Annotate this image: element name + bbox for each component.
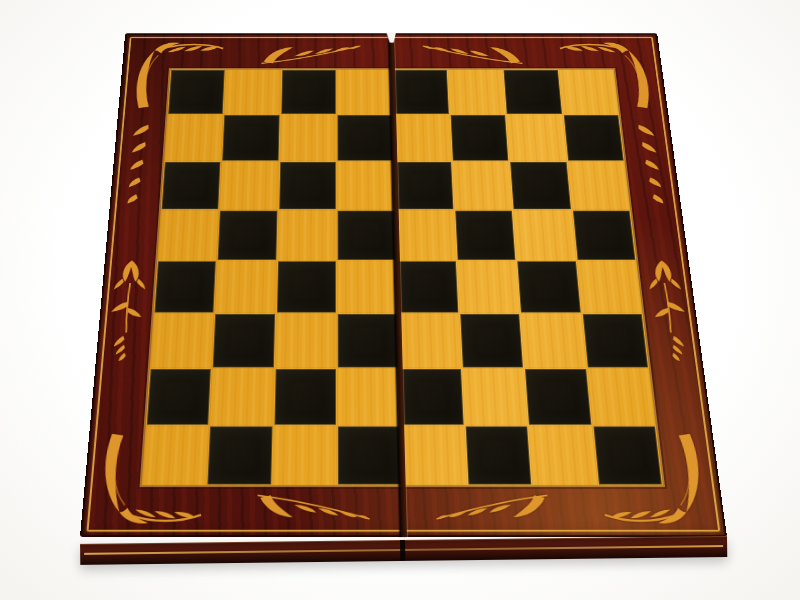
square-r8c5[interactable]	[401, 426, 468, 486]
square-r4c5[interactable]	[396, 210, 457, 261]
square-r7c3[interactable]	[274, 369, 336, 425]
square-r1c5[interactable]	[393, 70, 449, 114]
square-r5c8[interactable]	[576, 261, 642, 314]
square-r5c1[interactable]	[154, 261, 216, 312]
square-r8c1[interactable]	[142, 426, 210, 486]
square-r2c1[interactable]	[164, 114, 224, 161]
square-r6c1[interactable]	[150, 313, 215, 368]
square-r8c2[interactable]	[208, 426, 273, 484]
carved-tulip-ornament-left	[100, 233, 155, 390]
square-r6c6[interactable]	[460, 314, 523, 367]
square-r5c7[interactable]	[517, 261, 580, 312]
carved-feather-dashes-left	[120, 121, 157, 210]
square-r4c1[interactable]	[157, 210, 219, 261]
square-r6c8[interactable]	[582, 314, 648, 367]
square-r4c8[interactable]	[573, 211, 636, 260]
square-r3c6[interactable]	[452, 161, 513, 210]
square-r3c5[interactable]	[395, 162, 453, 209]
square-r5c2[interactable]	[215, 261, 277, 314]
square-r8c3[interactable]	[272, 426, 337, 486]
board-frame	[80, 33, 727, 537]
square-r7c7[interactable]	[525, 369, 591, 425]
square-r3c8[interactable]	[567, 161, 630, 210]
square-r1c2[interactable]	[224, 69, 281, 114]
board-perspective-wrapper	[68, 33, 727, 537]
square-r3c7[interactable]	[510, 162, 570, 209]
square-r7c4[interactable]	[337, 368, 401, 425]
square-r1c6[interactable]	[447, 69, 506, 114]
square-r2c7[interactable]	[506, 114, 567, 161]
square-r6c5[interactable]	[398, 313, 462, 368]
carved-leaf-spray-bottom-left-half	[230, 491, 394, 527]
square-r2c5[interactable]	[393, 114, 452, 161]
square-r7c2[interactable]	[209, 368, 274, 425]
square-r5c6[interactable]	[457, 261, 521, 314]
square-r3c2[interactable]	[219, 161, 279, 210]
carved-feather-dashes-right	[630, 121, 671, 210]
square-r1c8[interactable]	[558, 69, 619, 114]
square-r4c7[interactable]	[513, 210, 577, 261]
square-r2c4[interactable]	[338, 115, 394, 160]
square-r4c4[interactable]	[338, 211, 396, 260]
square-r2c8[interactable]	[563, 115, 623, 160]
carved-leaf-spray-top-left-half	[237, 41, 383, 67]
square-r4c6[interactable]	[455, 211, 515, 260]
square-r2c2[interactable]	[223, 115, 280, 160]
square-r8c4[interactable]	[338, 426, 401, 484]
square-r2c3[interactable]	[279, 114, 337, 161]
square-r4c2[interactable]	[218, 211, 277, 260]
square-r8c8[interactable]	[593, 426, 662, 484]
square-r5c3[interactable]	[277, 261, 336, 312]
photo-background	[0, 0, 800, 600]
carved-leaf-spray-bottom-right-half	[411, 491, 576, 527]
square-r1c3[interactable]	[281, 70, 336, 114]
square-r7c8[interactable]	[587, 368, 656, 425]
carved-leaf-spray-top-right-half	[400, 41, 547, 67]
square-r1c1[interactable]	[168, 70, 225, 114]
square-r7c6[interactable]	[462, 368, 529, 425]
square-r3c3[interactable]	[279, 162, 336, 209]
square-r6c4[interactable]	[338, 314, 399, 367]
square-r6c2[interactable]	[213, 314, 275, 367]
square-r8c6[interactable]	[466, 426, 532, 484]
square-r5c4[interactable]	[337, 261, 398, 314]
square-r2c6[interactable]	[451, 115, 509, 160]
square-r7c1[interactable]	[147, 369, 211, 425]
square-r5c5[interactable]	[398, 261, 459, 312]
square-r6c3[interactable]	[275, 313, 337, 368]
square-r3c1[interactable]	[162, 162, 221, 209]
square-r1c7[interactable]	[504, 70, 562, 114]
square-r4c3[interactable]	[277, 210, 337, 261]
square-r1c4[interactable]	[337, 69, 394, 114]
square-r7c5[interactable]	[400, 369, 463, 425]
square-r6c7[interactable]	[520, 313, 586, 368]
box-front-edge-seam	[400, 540, 405, 561]
square-r3c4[interactable]	[337, 161, 396, 210]
box-front-edge	[80, 536, 727, 565]
square-r8c7[interactable]	[528, 426, 597, 486]
